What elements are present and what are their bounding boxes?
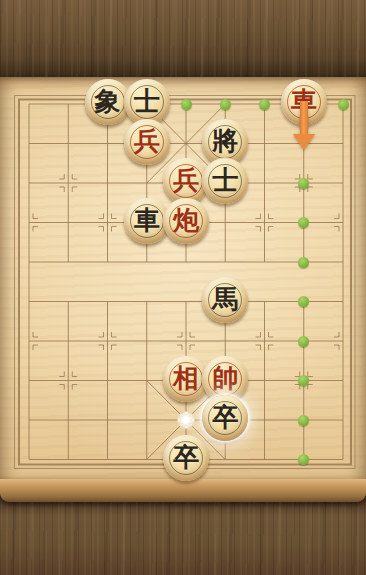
hint-arrow-down [293,101,315,150]
legal-move-dot[interactable] [298,415,309,426]
xiangqi-board[interactable]: 象士車兵將兵士車炮馬相帥卒卒 [0,77,366,479]
legal-move-dot[interactable] [181,99,192,110]
piece-red-cannon[interactable]: 炮 [163,198,209,244]
legal-move-dot[interactable] [298,178,309,189]
piece-glyph: 卒 [212,404,238,430]
legal-move-dot[interactable] [298,257,309,268]
piece-black-advisor[interactable]: 士 [202,158,248,204]
legal-move-dot[interactable] [338,99,349,110]
piece-glyph: 車 [134,207,160,233]
piece-glyph: 兵 [173,167,199,193]
board-front-edge [0,479,366,502]
piece-black-soldier[interactable]: 卒 [163,435,209,481]
legal-move-dot[interactable] [259,99,270,110]
piece-red-soldier[interactable]: 兵 [124,119,170,165]
piece-glyph: 相 [173,365,199,391]
hint-arrow-shaft [300,101,308,135]
piece-black-horse[interactable]: 馬 [202,277,248,323]
piece-glyph: 卒 [173,444,199,470]
piece-black-soldier[interactable]: 卒 [202,395,248,441]
piece-glyph: 馬 [212,286,238,312]
hint-arrow-head [293,134,315,150]
piece-glyph: 將 [212,128,238,154]
legal-move-dot[interactable] [220,99,231,110]
piece-glyph: 帥 [212,365,238,391]
piece-glyph: 象 [95,88,121,114]
piece-glyph: 士 [212,167,238,193]
piece-glyph: 士 [134,88,160,114]
piece-glyph: 兵 [134,128,160,154]
last-move-origin-sparkle [176,410,196,430]
piece-glyph: 炮 [173,207,199,233]
xiangqi-game-screen: 象士車兵將兵士車炮馬相帥卒卒 [0,0,366,575]
sparkle-glow [176,410,196,430]
legal-move-dot[interactable] [298,336,309,347]
